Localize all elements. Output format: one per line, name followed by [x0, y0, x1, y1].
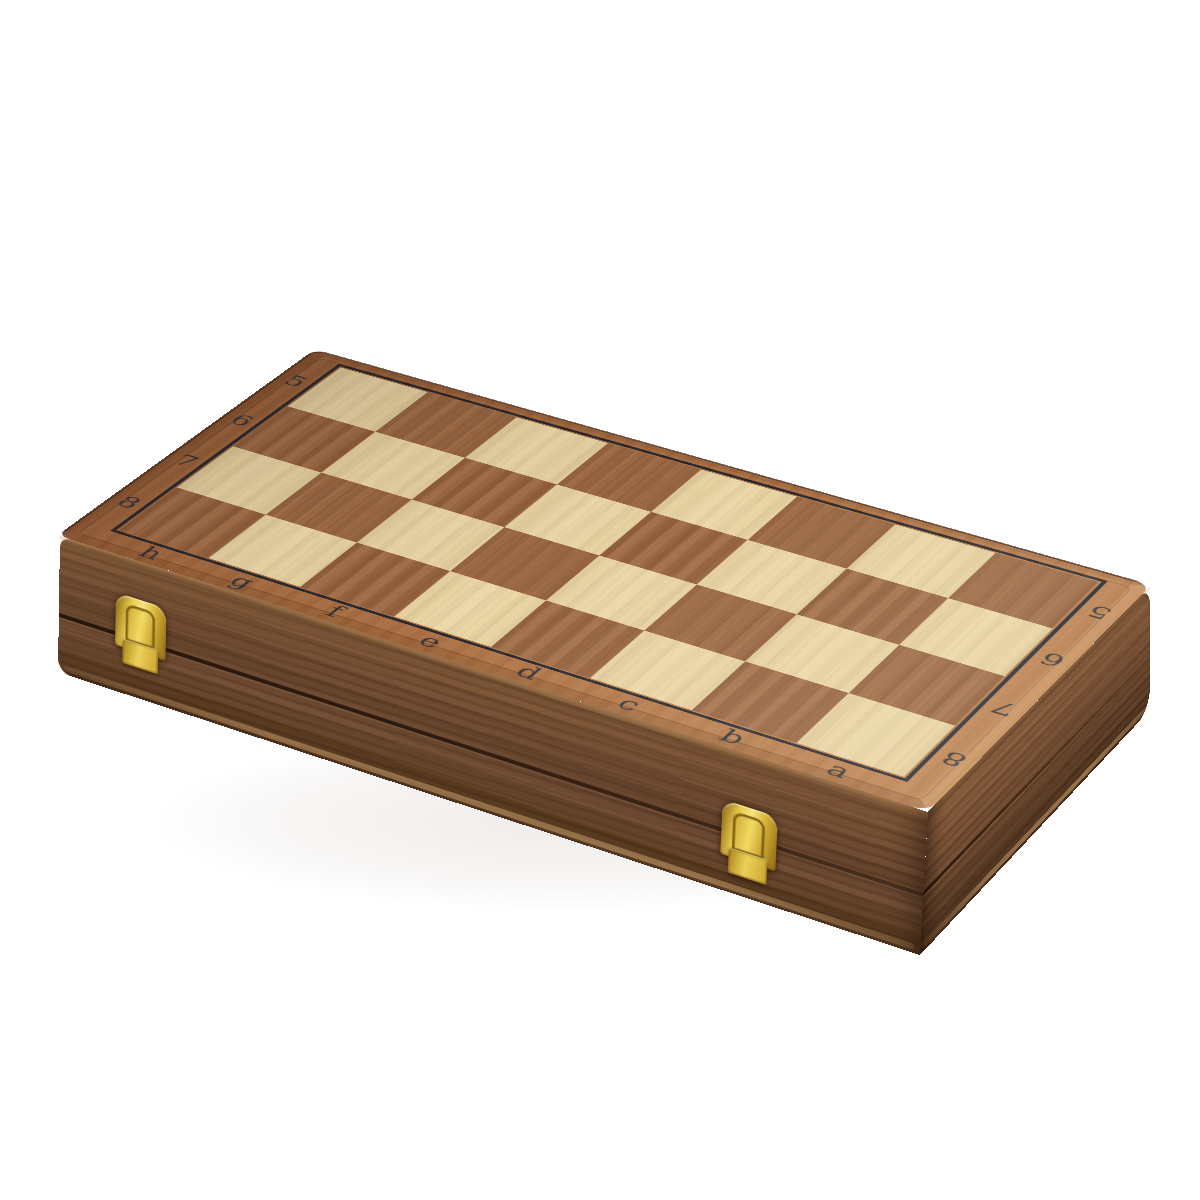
front-right-clasp: [720, 799, 778, 888]
front-left-clasp: [115, 592, 167, 677]
product-photo-scene: 56785678hgfedcba: [0, 0, 1200, 1200]
